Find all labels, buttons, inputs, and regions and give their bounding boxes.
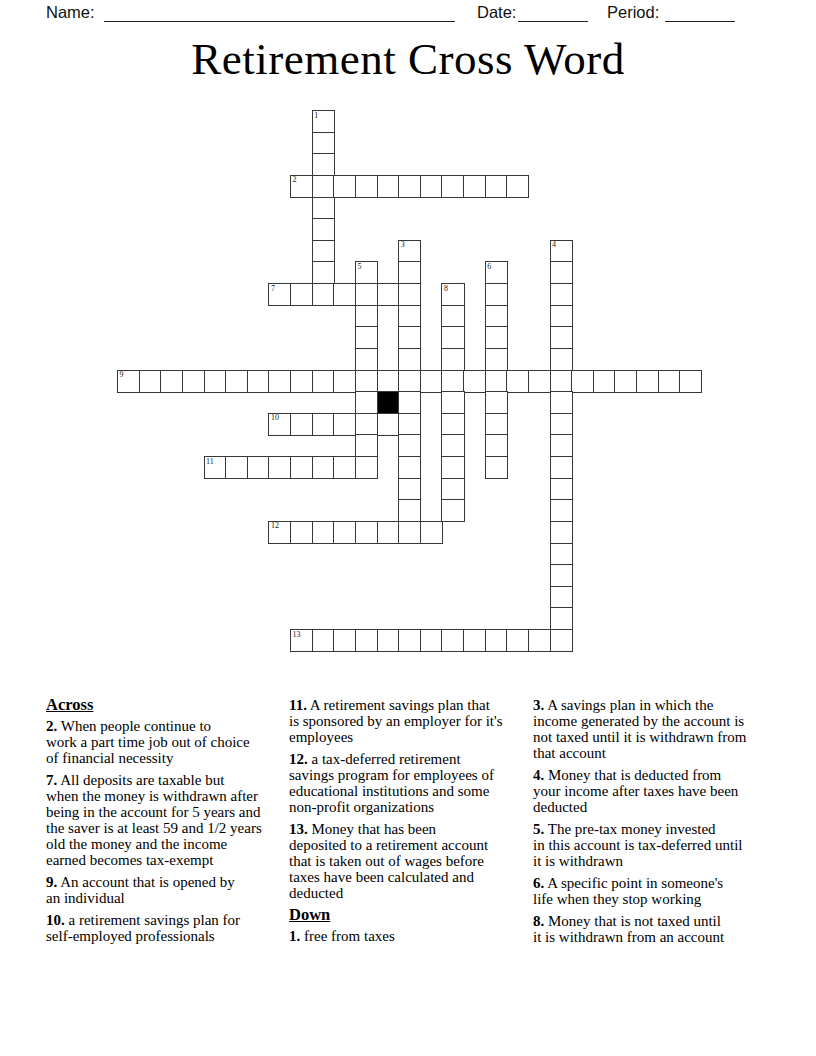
- grid-cell[interactable]: [355, 283, 378, 306]
- grid-cell[interactable]: [463, 175, 486, 198]
- grid-cell[interactable]: [506, 629, 529, 652]
- grid-cell[interactable]: [441, 629, 464, 652]
- clue-2: 2. When people continue to work a part t…: [46, 718, 290, 766]
- period-label: Period:: [607, 3, 659, 22]
- grid-cell[interactable]: [441, 348, 464, 371]
- clues-column-3: 3. A savings plan in which the income ge…: [533, 697, 777, 951]
- grid-cell[interactable]: [355, 348, 378, 371]
- grid-cell[interactable]: [550, 261, 573, 284]
- grid-cell[interactable]: [420, 175, 443, 198]
- grid-cell[interactable]: [658, 370, 681, 393]
- grid-cell[interactable]: [398, 521, 421, 544]
- black-cell: [377, 391, 400, 414]
- grid-cell[interactable]: [441, 456, 464, 479]
- grid-cell[interactable]: [290, 521, 313, 544]
- grid-cell[interactable]: [441, 413, 464, 436]
- grid-cell[interactable]: [333, 370, 356, 393]
- clue-number-label: 11.: [289, 697, 307, 713]
- grid-cell[interactable]: [398, 370, 421, 393]
- grid-cell[interactable]: 3: [398, 240, 421, 263]
- grid-cell[interactable]: [377, 370, 400, 393]
- clue-number-4: 4: [552, 240, 556, 249]
- grid-cell[interactable]: [312, 240, 335, 263]
- clue-4: 4. Money that is deducted from your inco…: [533, 767, 777, 815]
- grid-cell[interactable]: [485, 370, 508, 393]
- grid-cell[interactable]: [355, 629, 378, 652]
- grid-cell[interactable]: 11: [204, 456, 227, 479]
- grid-cell[interactable]: [550, 391, 573, 414]
- grid-cell[interactable]: [377, 283, 400, 306]
- grid-cell[interactable]: 1: [312, 110, 335, 133]
- grid-cell[interactable]: [355, 175, 378, 198]
- period-blank-line[interactable]: [665, 6, 735, 22]
- name-blank-line[interactable]: [104, 6, 455, 22]
- clue-6: 6. A specific point in someone's life wh…: [533, 875, 777, 907]
- crossword-grid: 12345678910111213: [117, 110, 702, 651]
- grid-cell[interactable]: [398, 456, 421, 479]
- grid-cell[interactable]: [398, 629, 421, 652]
- grid-cell[interactable]: [398, 391, 421, 414]
- grid-cell[interactable]: [420, 370, 443, 393]
- grid-cell[interactable]: [441, 305, 464, 328]
- grid-cell[interactable]: [290, 456, 313, 479]
- grid-cell[interactable]: [528, 370, 551, 393]
- grid-cell[interactable]: [333, 456, 356, 479]
- grid-cell[interactable]: [463, 629, 486, 652]
- grid-cell[interactable]: [550, 607, 573, 630]
- grid-cell[interactable]: [485, 456, 508, 479]
- grid-cell[interactable]: [398, 499, 421, 522]
- grid-cell[interactable]: [550, 413, 573, 436]
- clue-number-label: 12.: [289, 751, 308, 767]
- clue-11: 11. A retirement savings plan that is sp…: [289, 697, 533, 745]
- grid-cell[interactable]: [550, 305, 573, 328]
- grid-cell[interactable]: [312, 629, 335, 652]
- grid-cell[interactable]: 4: [550, 240, 573, 263]
- grid-cell[interactable]: [550, 348, 573, 371]
- grid-cell[interactable]: [506, 175, 529, 198]
- grid-cell[interactable]: [550, 564, 573, 587]
- grid-cell[interactable]: [268, 456, 291, 479]
- clue-number-3: 3: [401, 240, 405, 249]
- clue-7: 7. All deposits are taxable but when the…: [46, 772, 290, 868]
- grid-cell[interactable]: [485, 283, 508, 306]
- grid-cell[interactable]: [550, 543, 573, 566]
- grid-cell[interactable]: [204, 370, 227, 393]
- grid-cell[interactable]: [312, 261, 335, 284]
- grid-cell[interactable]: [550, 499, 573, 522]
- down-header: Down: [289, 907, 533, 923]
- grid-cell[interactable]: [333, 629, 356, 652]
- grid-cell[interactable]: [441, 326, 464, 349]
- clue-13: 13. Money that has been deposited to a r…: [289, 821, 533, 901]
- grid-cell[interactable]: [312, 456, 335, 479]
- grid-cell[interactable]: [550, 434, 573, 457]
- name-label: Name:: [46, 3, 95, 22]
- grid-cell[interactable]: 8: [441, 283, 464, 306]
- grid-cell[interactable]: [420, 629, 443, 652]
- grid-cell[interactable]: [550, 478, 573, 501]
- clue-number-10: 10: [271, 413, 279, 422]
- clue-number-13: 13: [293, 630, 301, 639]
- grid-cell[interactable]: [398, 326, 421, 349]
- grid-cell[interactable]: [355, 326, 378, 349]
- grid-cell[interactable]: [398, 348, 421, 371]
- grid-cell[interactable]: [485, 629, 508, 652]
- grid-cell[interactable]: [377, 413, 400, 436]
- clue-number-label: 8.: [533, 913, 544, 929]
- clue-number-12: 12: [271, 521, 279, 530]
- grid-cell[interactable]: [636, 370, 659, 393]
- grid-cell[interactable]: 12: [268, 521, 291, 544]
- grid-cell[interactable]: [506, 370, 529, 393]
- grid-cell[interactable]: 9: [117, 370, 140, 393]
- grid-cell[interactable]: [593, 370, 616, 393]
- grid-cell[interactable]: [398, 305, 421, 328]
- clue-8: 8. Money that is not taxed until it is w…: [533, 913, 777, 945]
- grid-cell[interactable]: [247, 456, 270, 479]
- grid-cell[interactable]: [398, 413, 421, 436]
- grid-cell[interactable]: [312, 218, 335, 241]
- clue-number-label: 6.: [533, 875, 544, 891]
- clue-number-8: 8: [444, 284, 448, 293]
- grid-cell[interactable]: [312, 521, 335, 544]
- grid-cell[interactable]: [485, 413, 508, 436]
- grid-cell[interactable]: [377, 629, 400, 652]
- clue-5: 5. The pre-tax money invested in this ac…: [533, 821, 777, 869]
- grid-cell[interactable]: 6: [485, 261, 508, 284]
- grid-cell[interactable]: [485, 175, 508, 198]
- grid-cell[interactable]: [528, 629, 551, 652]
- grid-cell[interactable]: [679, 370, 702, 393]
- grid-cell[interactable]: [377, 175, 400, 198]
- clue-number-label: 2.: [46, 718, 57, 734]
- grid-cell[interactable]: [247, 370, 270, 393]
- clue-number-11: 11: [206, 457, 214, 466]
- grid-cell[interactable]: [139, 370, 162, 393]
- grid-cell[interactable]: [160, 370, 183, 393]
- clue-number-label: 5.: [533, 821, 544, 837]
- grid-cell[interactable]: [463, 370, 486, 393]
- grid-cell[interactable]: [312, 153, 335, 176]
- grid-cell[interactable]: [182, 370, 205, 393]
- clue-number-label: 1.: [289, 928, 300, 944]
- date-label: Date:: [477, 3, 516, 22]
- clues-column-2: 11. A retirement savings plan that is sp…: [289, 697, 533, 950]
- clue-number-7: 7: [271, 284, 275, 293]
- clue-number-1: 1: [314, 111, 318, 120]
- grid-cell[interactable]: [485, 326, 508, 349]
- grid-cell[interactable]: [312, 175, 335, 198]
- grid-cell[interactable]: [333, 175, 356, 198]
- grid-cell[interactable]: [377, 521, 400, 544]
- grid-cell[interactable]: [290, 413, 313, 436]
- grid-cell[interactable]: [333, 413, 356, 436]
- grid-cell[interactable]: [550, 326, 573, 349]
- grid-cell[interactable]: [312, 413, 335, 436]
- grid-cell[interactable]: [225, 370, 248, 393]
- clue-number-label: 4.: [533, 767, 544, 783]
- grid-cell[interactable]: [420, 521, 443, 544]
- grid-cell[interactable]: [485, 348, 508, 371]
- grid-cell[interactable]: [312, 132, 335, 155]
- grid-cell[interactable]: [485, 434, 508, 457]
- grid-cell[interactable]: [355, 370, 378, 393]
- grid-cell[interactable]: [614, 370, 637, 393]
- grid-cell[interactable]: [355, 305, 378, 328]
- date-blank-line[interactable]: [518, 6, 588, 22]
- grid-cell[interactable]: [312, 197, 335, 220]
- clue-3: 3. A savings plan in which the income ge…: [533, 697, 777, 761]
- page-title: Retirement Cross Word: [0, 33, 816, 85]
- worksheet-page: Name: Date: Period: Retirement Cross Wor…: [0, 0, 816, 1056]
- grid-cell[interactable]: [333, 283, 356, 306]
- grid-cell[interactable]: [550, 370, 573, 393]
- grid-cell[interactable]: [550, 586, 573, 609]
- grid-cell[interactable]: [571, 370, 594, 393]
- grid-cell[interactable]: [441, 499, 464, 522]
- grid-cell[interactable]: [312, 283, 335, 306]
- grid-cell[interactable]: [441, 478, 464, 501]
- grid-cell[interactable]: [398, 175, 421, 198]
- grid-cell[interactable]: [355, 434, 378, 457]
- grid-cell[interactable]: [268, 370, 291, 393]
- clue-number-2: 2: [293, 175, 297, 184]
- grid-cell[interactable]: [485, 391, 508, 414]
- grid-cell[interactable]: [398, 478, 421, 501]
- clues-column-1: Across2. When people continue to work a …: [46, 697, 290, 950]
- clue-number-9: 9: [120, 370, 124, 379]
- grid-cell[interactable]: [355, 456, 378, 479]
- grid-cell[interactable]: [355, 391, 378, 414]
- clue-1: 1. free from taxes: [289, 928, 533, 944]
- grid-cell[interactable]: [398, 283, 421, 306]
- clue-number-label: 10.: [46, 912, 65, 928]
- grid-cell[interactable]: [355, 413, 378, 436]
- grid-cell[interactable]: [312, 370, 335, 393]
- grid-cell[interactable]: [441, 391, 464, 414]
- grid-cell[interactable]: [290, 370, 313, 393]
- grid-cell[interactable]: [355, 521, 378, 544]
- grid-cell[interactable]: [550, 521, 573, 544]
- clue-12: 12. a tax-deferred retirement savings pr…: [289, 751, 533, 815]
- grid-cell[interactable]: [550, 629, 573, 652]
- clue-number-5: 5: [357, 262, 361, 271]
- grid-cell[interactable]: 10: [268, 413, 291, 436]
- grid-cell[interactable]: 13: [290, 629, 313, 652]
- clue-10: 10. a retirement savings plan for self-e…: [46, 912, 290, 944]
- clue-number-label: 13.: [289, 821, 308, 837]
- grid-cell[interactable]: 2: [290, 175, 313, 198]
- grid-cell[interactable]: [398, 434, 421, 457]
- grid-cell[interactable]: [441, 434, 464, 457]
- clue-9: 9. An account that is opened by an indiv…: [46, 874, 290, 906]
- grid-cell[interactable]: [333, 521, 356, 544]
- grid-cell[interactable]: 7: [268, 283, 291, 306]
- grid-cell[interactable]: [485, 305, 508, 328]
- grid-cell[interactable]: [398, 261, 421, 284]
- clue-number-label: 3.: [533, 697, 544, 713]
- grid-cell[interactable]: [225, 456, 248, 479]
- clue-number-label: 7.: [46, 772, 57, 788]
- clue-number-label: 9.: [46, 874, 57, 890]
- across-header: Across: [46, 697, 290, 713]
- grid-cell[interactable]: [441, 370, 464, 393]
- grid-cell[interactable]: [441, 175, 464, 198]
- grid-cell[interactable]: [550, 456, 573, 479]
- grid-cell[interactable]: [550, 283, 573, 306]
- grid-cell[interactable]: 5: [355, 261, 378, 284]
- clue-number-6: 6: [487, 262, 491, 271]
- grid-cell[interactable]: [290, 283, 313, 306]
